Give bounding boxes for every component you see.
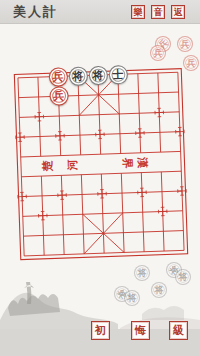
- captured-red-piece: 兵: [183, 55, 199, 71]
- captured-black-piece: 将: [134, 265, 150, 281]
- piece-red-兵[interactable]: 兵: [48, 67, 68, 87]
- header-bar: 美人計 樂 音 返: [0, 0, 200, 24]
- captured-red-piece: 兵: [150, 45, 166, 61]
- page-title: 美人計: [13, 3, 58, 21]
- board-grid: [10, 64, 193, 264]
- piece-black-士[interactable]: 士: [108, 65, 128, 85]
- sound-button[interactable]: 音: [151, 5, 165, 19]
- river-text-jie: 界: [121, 156, 135, 170]
- music-button[interactable]: 樂: [131, 5, 145, 19]
- piece-black-将[interactable]: 将: [88, 65, 108, 85]
- levels-button[interactable]: 級: [169, 321, 188, 340]
- back-button[interactable]: 返: [171, 5, 185, 19]
- captured-black-piece: 将: [151, 282, 167, 298]
- river-text-chu: 楚: [40, 159, 54, 173]
- piece-black-将[interactable]: 将: [68, 66, 88, 86]
- undo-button[interactable]: 悔: [131, 321, 150, 340]
- restart-button[interactable]: 初: [91, 321, 110, 340]
- river-text-he: 河: [65, 158, 79, 172]
- captured-black-piece: 将: [175, 269, 191, 285]
- captured-red-piece: 兵: [177, 36, 193, 52]
- river-text-han: 漢: [136, 155, 150, 169]
- xiangqi-board[interactable]: 楚 河 界 漢 兵将将士兵: [10, 64, 193, 264]
- captured-black-piece: 将: [124, 290, 140, 306]
